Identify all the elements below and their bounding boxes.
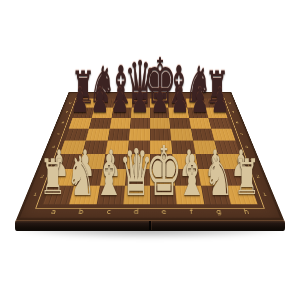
file-label-a: a [50, 209, 57, 215]
rank-label-left-1: 1 [32, 192, 37, 196]
piece-white-knight-b1[interactable]: ♞ [66, 149, 95, 204]
file-label-g: g [216, 209, 222, 215]
piece-black-pawn-b7[interactable]: ♟ [91, 84, 109, 118]
rank-label-left-6: 6 [61, 122, 65, 125]
file-label-f: f [190, 209, 194, 215]
rank-label-right-5: 5 [240, 133, 244, 136]
piece-black-pawn-d7[interactable]: ♟ [131, 84, 149, 118]
rank-label-right-1: 1 [262, 192, 267, 196]
piece-white-rook-a1[interactable]: ♜ [40, 154, 66, 203]
piece-black-pawn-g7[interactable]: ♟ [191, 84, 209, 118]
rank-label-left-5: 5 [56, 133, 60, 136]
piece-black-pawn-h7[interactable]: ♟ [211, 84, 229, 118]
rank-label-right-6: 6 [235, 122, 239, 125]
rank-label-left-7: 7 [65, 111, 69, 113]
file-label-h: h [243, 209, 250, 215]
board-hinge-seam [149, 221, 151, 230]
piece-white-rook-h1[interactable]: ♜ [234, 154, 260, 203]
piece-black-pawn-f7[interactable]: ♟ [171, 84, 189, 118]
board-side-edge [15, 220, 285, 231]
piece-white-bishop-f1[interactable]: ♝ [176, 148, 206, 205]
file-label-b: b [78, 209, 84, 215]
piece-white-knight-g1[interactable]: ♞ [204, 149, 233, 204]
piece-black-pawn-c7[interactable]: ♟ [111, 84, 129, 118]
file-label-c: c [106, 209, 111, 215]
chess-set-photo: abcdefgh 87654321 87654321 ♜♞♝♛♚♝♞♜♟♟♟♟♟… [0, 0, 300, 300]
piece-black-pawn-e7[interactable]: ♟ [151, 84, 169, 118]
piece-black-pawn-a7[interactable]: ♟ [71, 84, 89, 118]
square-b5[interactable] [86, 128, 109, 140]
square-h5[interactable] [211, 128, 235, 140]
pieces-layer: ♜♞♝♛♚♝♞♜♟♟♟♟♟♟♟♟♟♟♟♟♟♟♟♟♜♞♝♛♚♝♞♜ [0, 0, 300, 300]
rank-label-right-7: 7 [232, 111, 236, 113]
